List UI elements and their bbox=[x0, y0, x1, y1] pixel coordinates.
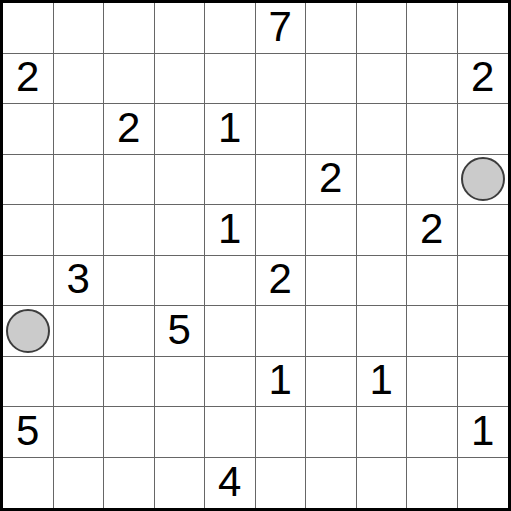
cell-r1c6: 7 bbox=[256, 3, 307, 54]
cell-r6c5[interactable] bbox=[205, 256, 256, 307]
cell-r4c1[interactable] bbox=[3, 155, 54, 206]
cell-r3c4[interactable] bbox=[155, 104, 206, 155]
cell-r8c2[interactable] bbox=[54, 357, 105, 408]
cell-r4c5[interactable] bbox=[205, 155, 256, 206]
cell-r5c9: 2 bbox=[407, 205, 458, 256]
cell-r8c4[interactable] bbox=[155, 357, 206, 408]
cell-r5c3[interactable] bbox=[104, 205, 155, 256]
cell-r6c3[interactable] bbox=[104, 256, 155, 307]
cell-r6c6: 2 bbox=[256, 256, 307, 307]
clue-number: 5 bbox=[168, 309, 191, 351]
cell-r10c1[interactable] bbox=[3, 458, 54, 509]
snake-end-circle bbox=[461, 157, 505, 201]
cell-r1c7[interactable] bbox=[306, 3, 357, 54]
cell-r8c7[interactable] bbox=[306, 357, 357, 408]
cell-r10c4[interactable] bbox=[155, 458, 206, 509]
cell-r8c3[interactable] bbox=[104, 357, 155, 408]
cell-r2c2[interactable] bbox=[54, 54, 105, 105]
cell-r2c7[interactable] bbox=[306, 54, 357, 105]
cell-r10c6[interactable] bbox=[256, 458, 307, 509]
cell-r1c9[interactable] bbox=[407, 3, 458, 54]
cell-r3c3: 2 bbox=[104, 104, 155, 155]
cell-r5c6[interactable] bbox=[256, 205, 307, 256]
cell-r5c8[interactable] bbox=[357, 205, 408, 256]
cell-r7c2[interactable] bbox=[54, 306, 105, 357]
clue-number: 2 bbox=[420, 208, 443, 250]
cell-r3c1[interactable] bbox=[3, 104, 54, 155]
cell-r5c1[interactable] bbox=[3, 205, 54, 256]
cell-r1c1[interactable] bbox=[3, 3, 54, 54]
clue-number: 4 bbox=[218, 461, 241, 503]
cell-r9c9[interactable] bbox=[407, 407, 458, 458]
clue-number: 2 bbox=[269, 258, 292, 300]
cell-r6c4[interactable] bbox=[155, 256, 206, 307]
cell-r9c2[interactable] bbox=[54, 407, 105, 458]
cell-r2c6[interactable] bbox=[256, 54, 307, 105]
cell-r6c9[interactable] bbox=[407, 256, 458, 307]
cell-r8c1[interactable] bbox=[3, 357, 54, 408]
cell-r5c2[interactable] bbox=[54, 205, 105, 256]
cell-r4c2[interactable] bbox=[54, 155, 105, 206]
cell-r4c9[interactable] bbox=[407, 155, 458, 206]
cell-r7c8[interactable] bbox=[357, 306, 408, 357]
clue-number: 1 bbox=[218, 208, 241, 250]
clue-number: 1 bbox=[370, 359, 393, 401]
clue-number: 7 bbox=[269, 6, 292, 48]
cell-r6c1[interactable] bbox=[3, 256, 54, 307]
cell-r9c8[interactable] bbox=[357, 407, 408, 458]
cell-r3c9[interactable] bbox=[407, 104, 458, 155]
cell-r6c2: 3 bbox=[54, 256, 105, 307]
cell-r2c9[interactable] bbox=[407, 54, 458, 105]
cell-r10c7[interactable] bbox=[306, 458, 357, 509]
cell-r9c10: 1 bbox=[458, 407, 509, 458]
cell-r3c5: 1 bbox=[205, 104, 256, 155]
clue-number: 1 bbox=[471, 410, 494, 452]
cell-r9c4[interactable] bbox=[155, 407, 206, 458]
cell-r6c8[interactable] bbox=[357, 256, 408, 307]
cell-r9c7[interactable] bbox=[306, 407, 357, 458]
clue-number: 2 bbox=[16, 56, 39, 98]
cell-r8c9[interactable] bbox=[407, 357, 458, 408]
cell-r7c5[interactable] bbox=[205, 306, 256, 357]
cell-r3c7[interactable] bbox=[306, 104, 357, 155]
cell-r4c4[interactable] bbox=[155, 155, 206, 206]
cell-r10c10[interactable] bbox=[458, 458, 509, 509]
cell-r7c6[interactable] bbox=[256, 306, 307, 357]
puzzle-board: 7222121232511514 bbox=[0, 0, 511, 511]
cell-r7c4: 5 bbox=[155, 306, 206, 357]
cell-r10c2[interactable] bbox=[54, 458, 105, 509]
cell-r4c7: 2 bbox=[306, 155, 357, 206]
cell-r10c9[interactable] bbox=[407, 458, 458, 509]
cell-r9c6[interactable] bbox=[256, 407, 307, 458]
cell-r6c10[interactable] bbox=[458, 256, 509, 307]
cell-r2c4[interactable] bbox=[155, 54, 206, 105]
cell-r8c10[interactable] bbox=[458, 357, 509, 408]
cell-r5c4[interactable] bbox=[155, 205, 206, 256]
cell-r1c10[interactable] bbox=[458, 3, 509, 54]
clue-number: 2 bbox=[471, 56, 494, 98]
cell-r4c6[interactable] bbox=[256, 155, 307, 206]
cell-r2c3[interactable] bbox=[104, 54, 155, 105]
clue-number: 1 bbox=[269, 359, 292, 401]
cell-r6c7[interactable] bbox=[306, 256, 357, 307]
clue-number: 2 bbox=[117, 107, 140, 149]
cell-r4c10 bbox=[458, 155, 509, 206]
puzzle-page: 7222121232511514 bbox=[0, 0, 511, 511]
cell-r1c8[interactable] bbox=[357, 3, 408, 54]
cell-r5c10[interactable] bbox=[458, 205, 509, 256]
cell-r7c3[interactable] bbox=[104, 306, 155, 357]
cell-r10c5: 4 bbox=[205, 458, 256, 509]
cell-r2c1: 2 bbox=[3, 54, 54, 105]
clue-number: 3 bbox=[67, 258, 90, 300]
cell-r1c5[interactable] bbox=[205, 3, 256, 54]
cell-r5c5: 1 bbox=[205, 205, 256, 256]
clue-number: 2 bbox=[319, 157, 342, 199]
cell-r3c2[interactable] bbox=[54, 104, 105, 155]
clue-number: 5 bbox=[16, 410, 39, 452]
cell-r1c4[interactable] bbox=[155, 3, 206, 54]
cell-r9c3[interactable] bbox=[104, 407, 155, 458]
cell-r2c10: 2 bbox=[458, 54, 509, 105]
cell-r3c8[interactable] bbox=[357, 104, 408, 155]
cell-r10c3[interactable] bbox=[104, 458, 155, 509]
cell-r2c8[interactable] bbox=[357, 54, 408, 105]
cell-r8c5[interactable] bbox=[205, 357, 256, 408]
cell-r5c7[interactable] bbox=[306, 205, 357, 256]
cell-r3c10[interactable] bbox=[458, 104, 509, 155]
cell-r10c8[interactable] bbox=[357, 458, 408, 509]
cell-r7c10[interactable] bbox=[458, 306, 509, 357]
cell-r7c1 bbox=[3, 306, 54, 357]
cell-r7c7[interactable] bbox=[306, 306, 357, 357]
cell-r7c9[interactable] bbox=[407, 306, 458, 357]
cell-r3c6[interactable] bbox=[256, 104, 307, 155]
cell-r8c6: 1 bbox=[256, 357, 307, 408]
cell-r9c5[interactable] bbox=[205, 407, 256, 458]
cell-r4c3[interactable] bbox=[104, 155, 155, 206]
clue-number: 1 bbox=[218, 107, 241, 149]
cell-r4c8[interactable] bbox=[357, 155, 408, 206]
cell-r8c8: 1 bbox=[357, 357, 408, 408]
cell-r1c3[interactable] bbox=[104, 3, 155, 54]
snake-end-circle bbox=[6, 309, 50, 353]
cell-r1c2[interactable] bbox=[54, 3, 105, 54]
cell-r2c5[interactable] bbox=[205, 54, 256, 105]
cell-r9c1: 5 bbox=[3, 407, 54, 458]
